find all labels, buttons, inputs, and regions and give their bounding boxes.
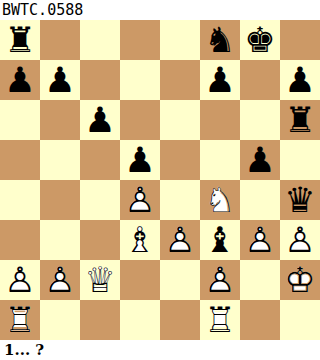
square-f7[interactable]: ♟ xyxy=(200,60,240,100)
square-a6[interactable] xyxy=(0,100,40,140)
white-queen: ♕ xyxy=(80,260,120,300)
white-bishop-fill: ♝ xyxy=(120,220,160,260)
square-h7[interactable]: ♟ xyxy=(280,60,320,100)
square-c3[interactable] xyxy=(80,220,120,260)
square-e2[interactable] xyxy=(160,260,200,300)
white-pawn-fill: ♟ xyxy=(0,260,40,300)
square-c5[interactable] xyxy=(80,140,120,180)
square-h6[interactable]: ♜ xyxy=(280,100,320,140)
chess-board: ♜♞♚♟♟♟♟♟♜♟♟♟♙♞♘♛♝♗♟♙♝♟♙♟♙♟♙♟♙♛♕♟♙♚♔♜♖♜♖ xyxy=(0,20,320,340)
black-pawn: ♟ xyxy=(240,140,280,180)
square-b6[interactable] xyxy=(40,100,80,140)
black-rook: ♜ xyxy=(280,100,320,140)
black-pawn: ♟ xyxy=(120,140,160,180)
black-king: ♚ xyxy=(240,20,280,60)
square-b5[interactable] xyxy=(40,140,80,180)
square-g8[interactable]: ♚ xyxy=(240,20,280,60)
square-h2[interactable]: ♚♔ xyxy=(280,260,320,300)
white-rook: ♖ xyxy=(200,300,240,340)
white-pawn: ♙ xyxy=(240,220,280,260)
square-e1[interactable] xyxy=(160,300,200,340)
square-d1[interactable] xyxy=(120,300,160,340)
black-pawn: ♟ xyxy=(200,60,240,100)
white-pawn-fill: ♟ xyxy=(40,260,80,300)
black-pawn: ♟ xyxy=(40,60,80,100)
white-knight-fill: ♞ xyxy=(200,180,240,220)
puzzle-id-title: BWTC.0588 xyxy=(0,0,320,20)
white-rook-fill: ♜ xyxy=(0,300,40,340)
square-b7[interactable]: ♟ xyxy=(40,60,80,100)
white-pawn-fill: ♟ xyxy=(280,220,320,260)
square-b8[interactable] xyxy=(40,20,80,60)
white-king-fill: ♚ xyxy=(280,260,320,300)
square-e6[interactable] xyxy=(160,100,200,140)
square-b1[interactable] xyxy=(40,300,80,340)
square-c7[interactable] xyxy=(80,60,120,100)
black-queen: ♛ xyxy=(280,180,320,220)
square-d5[interactable]: ♟ xyxy=(120,140,160,180)
square-g7[interactable] xyxy=(240,60,280,100)
white-pawn: ♙ xyxy=(0,260,40,300)
square-a4[interactable] xyxy=(0,180,40,220)
square-f6[interactable] xyxy=(200,100,240,140)
square-f8[interactable]: ♞ xyxy=(200,20,240,60)
square-d2[interactable] xyxy=(120,260,160,300)
black-pawn: ♟ xyxy=(0,60,40,100)
square-a1[interactable]: ♜♖ xyxy=(0,300,40,340)
black-knight: ♞ xyxy=(200,20,240,60)
square-h1[interactable] xyxy=(280,300,320,340)
black-rook: ♜ xyxy=(0,20,40,60)
square-c2[interactable]: ♛♕ xyxy=(80,260,120,300)
square-c1[interactable] xyxy=(80,300,120,340)
white-bishop: ♗ xyxy=(120,220,160,260)
square-d6[interactable] xyxy=(120,100,160,140)
square-c4[interactable] xyxy=(80,180,120,220)
white-knight: ♘ xyxy=(200,180,240,220)
square-e3[interactable]: ♟♙ xyxy=(160,220,200,260)
white-pawn-fill: ♟ xyxy=(240,220,280,260)
square-f4[interactable]: ♞♘ xyxy=(200,180,240,220)
square-a2[interactable]: ♟♙ xyxy=(0,260,40,300)
white-pawn: ♙ xyxy=(120,180,160,220)
square-g3[interactable]: ♟♙ xyxy=(240,220,280,260)
square-a5[interactable] xyxy=(0,140,40,180)
square-g2[interactable] xyxy=(240,260,280,300)
black-pawn: ♟ xyxy=(280,60,320,100)
square-d3[interactable]: ♝♗ xyxy=(120,220,160,260)
white-queen-fill: ♛ xyxy=(80,260,120,300)
square-b2[interactable]: ♟♙ xyxy=(40,260,80,300)
square-h3[interactable]: ♟♙ xyxy=(280,220,320,260)
white-pawn: ♙ xyxy=(200,260,240,300)
white-pawn-fill: ♟ xyxy=(160,220,200,260)
square-h8[interactable] xyxy=(280,20,320,60)
white-king: ♔ xyxy=(280,260,320,300)
square-a7[interactable]: ♟ xyxy=(0,60,40,100)
square-d7[interactable] xyxy=(120,60,160,100)
white-pawn: ♙ xyxy=(40,260,80,300)
square-e4[interactable] xyxy=(160,180,200,220)
square-g6[interactable] xyxy=(240,100,280,140)
white-rook: ♖ xyxy=(0,300,40,340)
square-c8[interactable] xyxy=(80,20,120,60)
square-a3[interactable] xyxy=(0,220,40,260)
white-pawn-fill: ♟ xyxy=(200,260,240,300)
black-pawn: ♟ xyxy=(80,100,120,140)
square-f1[interactable]: ♜♖ xyxy=(200,300,240,340)
square-c6[interactable]: ♟ xyxy=(80,100,120,140)
square-g4[interactable] xyxy=(240,180,280,220)
square-f2[interactable]: ♟♙ xyxy=(200,260,240,300)
square-d8[interactable] xyxy=(120,20,160,60)
square-g1[interactable] xyxy=(240,300,280,340)
black-bishop: ♝ xyxy=(200,220,240,260)
square-e8[interactable] xyxy=(160,20,200,60)
square-h5[interactable] xyxy=(280,140,320,180)
move-prompt: 1... ? xyxy=(0,340,320,360)
square-b3[interactable] xyxy=(40,220,80,260)
white-pawn-fill: ♟ xyxy=(120,180,160,220)
square-g5[interactable]: ♟ xyxy=(240,140,280,180)
square-f5[interactable] xyxy=(200,140,240,180)
white-rook-fill: ♜ xyxy=(200,300,240,340)
square-e7[interactable] xyxy=(160,60,200,100)
square-f3[interactable]: ♝ xyxy=(200,220,240,260)
square-e5[interactable] xyxy=(160,140,200,180)
square-d4[interactable]: ♟♙ xyxy=(120,180,160,220)
square-h4[interactable]: ♛ xyxy=(280,180,320,220)
square-a8[interactable]: ♜ xyxy=(0,20,40,60)
square-b4[interactable] xyxy=(40,180,80,220)
white-pawn: ♙ xyxy=(280,220,320,260)
white-pawn: ♙ xyxy=(160,220,200,260)
